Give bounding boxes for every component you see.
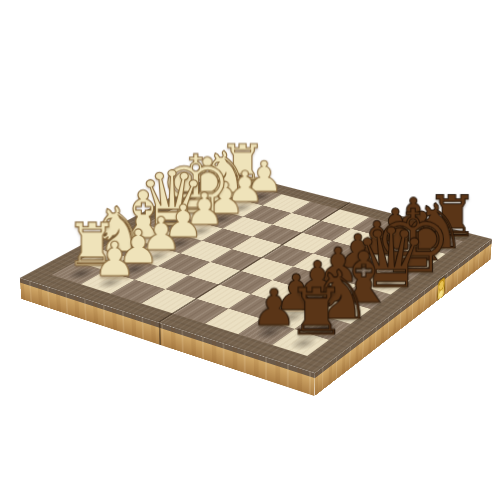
board-surface: ♜♞♝♛♚♝♞♜♟♟♟♟♟♟♟♟♟♟♟♟♟♟♟♟♜♞♝♛♚♝♞♜ — [20, 170, 492, 373]
piece-white-pawn[interactable]: ♟ — [94, 236, 132, 284]
box-fold-seam — [159, 323, 161, 346]
product-photo-scene: ♜♞♝♛♚♝♞♜♟♟♟♟♟♟♟♟♟♟♟♟♟♟♟♟♜♞♝♛♚♝♞♜ — [0, 0, 500, 500]
chess-board: ♜♞♝♛♚♝♞♜♟♟♟♟♟♟♟♟♟♟♟♟♟♟♟♟♜♞♝♛♚♝♞♜ — [20, 170, 492, 373]
piece-black-rook[interactable]: ♜ — [287, 280, 328, 345]
